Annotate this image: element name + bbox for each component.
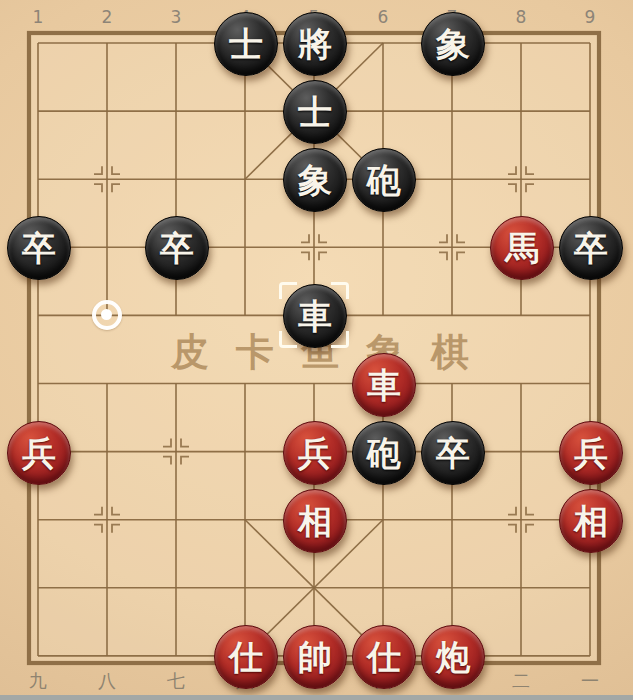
file-label-bottom-3: 七 — [167, 669, 185, 693]
xiangqi-app: 皮卡鱼象棋 123456789九八七六五四三二一 士將象士象砲卒卒馬卒車車兵兵砲… — [0, 0, 633, 700]
piece-red-horse[interactable]: 馬 — [490, 216, 554, 280]
piece-red-soldier[interactable]: 兵 — [559, 421, 623, 485]
piece-black-soldier[interactable]: 卒 — [145, 216, 209, 280]
last-move-origin-marker — [92, 300, 122, 330]
piece-black-advisor[interactable]: 士 — [283, 80, 347, 144]
file-label-bottom-9: 一 — [581, 669, 599, 693]
piece-red-elephant[interactable]: 相 — [283, 489, 347, 553]
file-label-top-1: 1 — [33, 7, 44, 27]
file-label-top-8: 8 — [516, 7, 527, 27]
piece-black-soldier[interactable]: 卒 — [559, 216, 623, 280]
file-label-bottom-2: 八 — [98, 669, 116, 693]
piece-black-cannon[interactable]: 砲 — [352, 421, 416, 485]
piece-red-chariot[interactable]: 車 — [352, 353, 416, 417]
file-label-top-2: 2 — [102, 7, 113, 27]
piece-red-soldier[interactable]: 兵 — [7, 421, 71, 485]
piece-red-soldier[interactable]: 兵 — [283, 421, 347, 485]
piece-red-elephant[interactable]: 相 — [559, 489, 623, 553]
piece-red-general[interactable]: 帥 — [283, 625, 347, 689]
file-label-top-3: 3 — [171, 7, 182, 27]
bottom-edge-strip — [0, 695, 633, 700]
file-label-top-9: 9 — [585, 7, 596, 27]
piece-black-advisor[interactable]: 士 — [214, 12, 278, 76]
file-label-bottom-1: 九 — [29, 669, 47, 693]
file-label-top-6: 6 — [378, 7, 389, 27]
piece-black-elephant[interactable]: 象 — [421, 12, 485, 76]
piece-black-general[interactable]: 將 — [283, 12, 347, 76]
piece-black-chariot[interactable]: 車 — [283, 284, 347, 348]
piece-red-advisor[interactable]: 仕 — [352, 625, 416, 689]
piece-black-soldier[interactable]: 卒 — [421, 421, 485, 485]
piece-black-elephant[interactable]: 象 — [283, 148, 347, 212]
piece-red-cannon[interactable]: 炮 — [421, 625, 485, 689]
piece-black-cannon[interactable]: 砲 — [352, 148, 416, 212]
piece-red-advisor[interactable]: 仕 — [214, 625, 278, 689]
file-label-bottom-8: 二 — [512, 669, 530, 693]
piece-black-soldier[interactable]: 卒 — [7, 216, 71, 280]
